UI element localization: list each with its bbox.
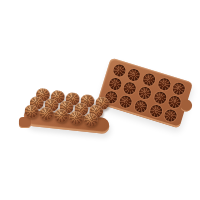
mold-cavity	[163, 108, 178, 123]
mold-cavity	[157, 77, 172, 92]
front-tray-tab	[19, 117, 31, 128]
mold-cavity	[167, 95, 182, 110]
mold-cavity	[152, 90, 167, 105]
product-photo	[0, 0, 200, 200]
mold-cavity	[123, 81, 138, 96]
mold-cavity	[133, 99, 148, 114]
mold-cavity	[171, 81, 186, 96]
mold-cavity	[142, 72, 157, 87]
mold-cavity	[118, 94, 133, 109]
mold-cavity	[137, 86, 152, 101]
mold-cavity	[127, 68, 142, 83]
mold-cavity	[148, 103, 163, 118]
back-mold-tab	[181, 99, 194, 113]
mold-cavity	[112, 63, 127, 78]
mold-cavity	[108, 76, 123, 91]
